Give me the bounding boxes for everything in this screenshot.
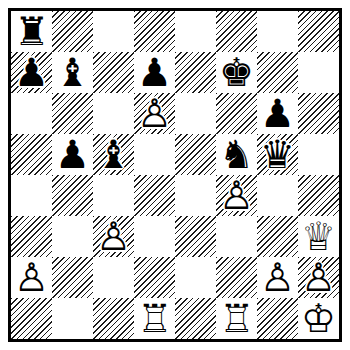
black-rook[interactable]: ♜ xyxy=(11,11,52,52)
black-pawn-glyph: ♟ xyxy=(11,52,52,93)
black-king[interactable]: ♚ xyxy=(216,52,257,93)
square-e3[interactable] xyxy=(175,216,216,257)
square-g6[interactable]: ♟ xyxy=(257,93,298,134)
square-h1[interactable]: ♚♔ xyxy=(298,298,339,339)
square-d4[interactable] xyxy=(134,175,175,216)
black-pawn[interactable]: ♟ xyxy=(134,52,175,93)
square-g3[interactable] xyxy=(257,216,298,257)
square-a8[interactable]: ♜ xyxy=(11,11,52,52)
square-c5[interactable]: ♝ xyxy=(93,134,134,175)
white-pawn[interactable]: ♟♙ xyxy=(257,257,298,298)
square-a5[interactable] xyxy=(11,134,52,175)
white-pawn[interactable]: ♟♙ xyxy=(11,257,52,298)
white-rook-glyph: ♖ xyxy=(216,298,257,339)
square-c8[interactable] xyxy=(93,11,134,52)
square-a1[interactable] xyxy=(11,298,52,339)
square-f7[interactable]: ♚ xyxy=(216,52,257,93)
white-pawn-glyph: ♙ xyxy=(257,257,298,298)
square-g2[interactable]: ♟♙ xyxy=(257,257,298,298)
chess-board: ♜♟♝♟♚♟♙♟♟♝♞♛♟♙♟♙♛♕♟♙♟♙♟♙♜♖♜♖♚♔ xyxy=(8,8,342,342)
black-rook-glyph: ♜ xyxy=(11,11,52,52)
square-e1[interactable] xyxy=(175,298,216,339)
black-pawn[interactable]: ♟ xyxy=(11,52,52,93)
square-h5[interactable] xyxy=(298,134,339,175)
white-rook-glyph: ♖ xyxy=(134,298,175,339)
square-a6[interactable] xyxy=(11,93,52,134)
black-queen[interactable]: ♛ xyxy=(257,134,298,175)
square-h3[interactable]: ♛♕ xyxy=(298,216,339,257)
square-f3[interactable] xyxy=(216,216,257,257)
square-d7[interactable]: ♟ xyxy=(134,52,175,93)
white-king-glyph: ♔ xyxy=(298,298,339,339)
black-bishop[interactable]: ♝ xyxy=(52,52,93,93)
square-e8[interactable] xyxy=(175,11,216,52)
square-b3[interactable] xyxy=(52,216,93,257)
black-bishop-glyph: ♝ xyxy=(93,134,134,175)
square-c6[interactable] xyxy=(93,93,134,134)
square-g8[interactable] xyxy=(257,11,298,52)
white-pawn[interactable]: ♟♙ xyxy=(134,93,175,134)
black-king-glyph: ♚ xyxy=(216,52,257,93)
square-h8[interactable] xyxy=(298,11,339,52)
white-pawn-glyph: ♙ xyxy=(134,93,175,134)
square-f5[interactable]: ♞ xyxy=(216,134,257,175)
black-pawn-glyph: ♟ xyxy=(52,134,93,175)
square-f2[interactable] xyxy=(216,257,257,298)
white-pawn-glyph: ♙ xyxy=(216,175,257,216)
square-e5[interactable] xyxy=(175,134,216,175)
black-pawn-glyph: ♟ xyxy=(257,93,298,134)
white-pawn-glyph: ♙ xyxy=(11,257,52,298)
square-a7[interactable]: ♟ xyxy=(11,52,52,93)
white-rook[interactable]: ♜♖ xyxy=(134,298,175,339)
square-b7[interactable]: ♝ xyxy=(52,52,93,93)
square-f6[interactable] xyxy=(216,93,257,134)
square-b1[interactable] xyxy=(52,298,93,339)
square-h6[interactable] xyxy=(298,93,339,134)
square-d2[interactable] xyxy=(134,257,175,298)
square-h2[interactable]: ♟♙ xyxy=(298,257,339,298)
square-b2[interactable] xyxy=(52,257,93,298)
square-a4[interactable] xyxy=(11,175,52,216)
white-pawn-glyph: ♙ xyxy=(298,257,339,298)
square-b8[interactable] xyxy=(52,11,93,52)
black-bishop[interactable]: ♝ xyxy=(93,134,134,175)
square-h4[interactable] xyxy=(298,175,339,216)
square-g1[interactable] xyxy=(257,298,298,339)
square-d6[interactable]: ♟♙ xyxy=(134,93,175,134)
square-b4[interactable] xyxy=(52,175,93,216)
square-d5[interactable] xyxy=(134,134,175,175)
square-f1[interactable]: ♜♖ xyxy=(216,298,257,339)
square-b5[interactable]: ♟ xyxy=(52,134,93,175)
white-pawn[interactable]: ♟♙ xyxy=(298,257,339,298)
square-f8[interactable] xyxy=(216,11,257,52)
white-queen-glyph: ♕ xyxy=(298,216,339,257)
white-pawn[interactable]: ♟♙ xyxy=(216,175,257,216)
black-pawn-glyph: ♟ xyxy=(134,52,175,93)
black-bishop-glyph: ♝ xyxy=(52,52,93,93)
square-c7[interactable] xyxy=(93,52,134,93)
square-c4[interactable] xyxy=(93,175,134,216)
square-c2[interactable] xyxy=(93,257,134,298)
square-c3[interactable]: ♟♙ xyxy=(93,216,134,257)
black-queen-glyph: ♛ xyxy=(257,134,298,175)
square-e7[interactable] xyxy=(175,52,216,93)
square-g7[interactable] xyxy=(257,52,298,93)
square-e6[interactable] xyxy=(175,93,216,134)
square-e2[interactable] xyxy=(175,257,216,298)
square-d1[interactable]: ♜♖ xyxy=(134,298,175,339)
square-c1[interactable] xyxy=(93,298,134,339)
black-pawn[interactable]: ♟ xyxy=(257,93,298,134)
white-pawn[interactable]: ♟♙ xyxy=(93,216,134,257)
square-g5[interactable]: ♛ xyxy=(257,134,298,175)
square-d3[interactable] xyxy=(134,216,175,257)
square-d8[interactable] xyxy=(134,11,175,52)
square-a3[interactable] xyxy=(11,216,52,257)
square-e4[interactable] xyxy=(175,175,216,216)
square-f4[interactable]: ♟♙ xyxy=(216,175,257,216)
square-b6[interactable] xyxy=(52,93,93,134)
white-queen[interactable]: ♛♕ xyxy=(298,216,339,257)
square-g4[interactable] xyxy=(257,175,298,216)
white-pawn-glyph: ♙ xyxy=(93,216,134,257)
black-knight[interactable]: ♞ xyxy=(216,134,257,175)
black-pawn[interactable]: ♟ xyxy=(52,134,93,175)
square-a2[interactable]: ♟♙ xyxy=(11,257,52,298)
square-h7[interactable] xyxy=(298,52,339,93)
white-rook[interactable]: ♜♖ xyxy=(216,298,257,339)
black-knight-glyph: ♞ xyxy=(216,134,257,175)
white-king[interactable]: ♚♔ xyxy=(298,298,339,339)
